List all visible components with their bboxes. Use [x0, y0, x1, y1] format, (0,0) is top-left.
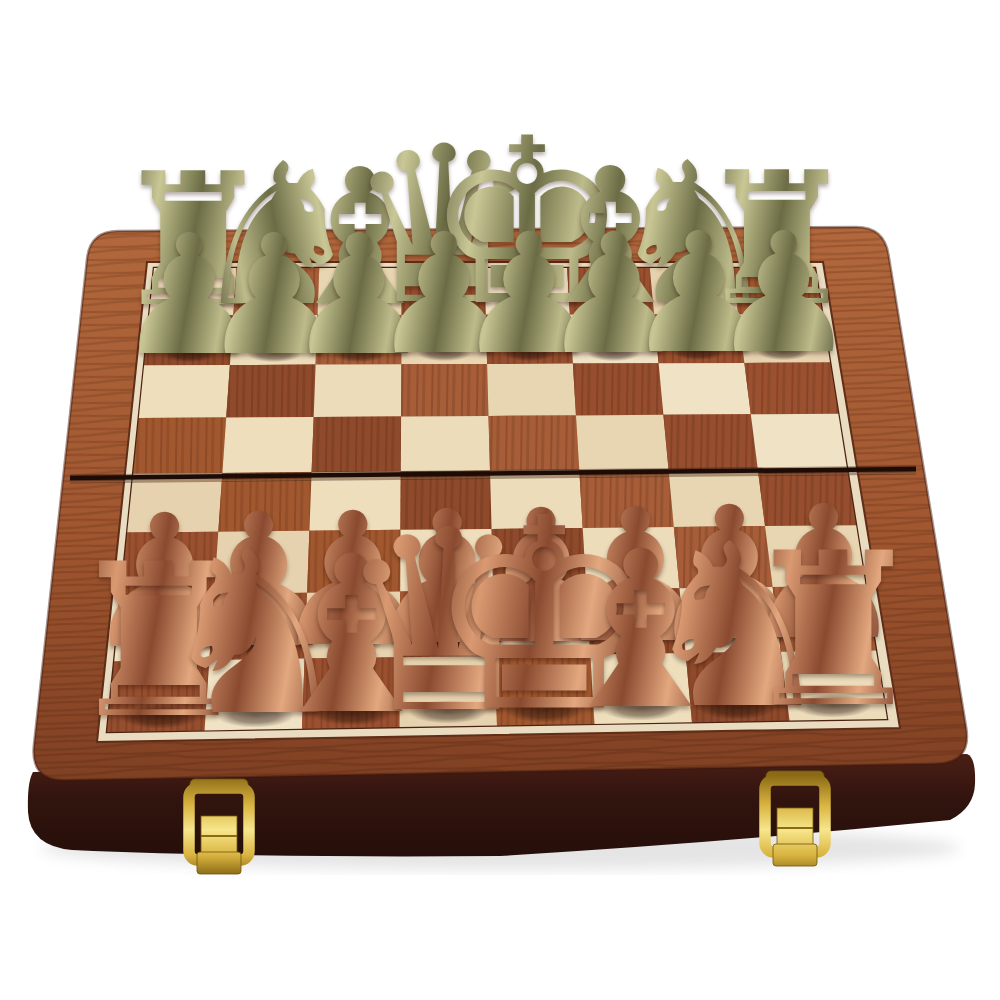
piece-white-rook-h1[interactable]: ♜: [738, 524, 928, 736]
pieces-layer: ♜♞♝♛♚♝♞♜♟♟♟♟♟♟♟♟♟♟♟♟♟♟♟♟♜♞♝♛♚♝♞♜: [0, 0, 1000, 1000]
chess-set-photo: ♜♞♝♛♚♝♞♜♟♟♟♟♟♟♟♟♟♟♟♟♟♟♟♟♜♞♝♛♚♝♞♜: [0, 0, 1000, 1000]
piece-black-pawn-h7[interactable]: ♟: [709, 211, 858, 377]
